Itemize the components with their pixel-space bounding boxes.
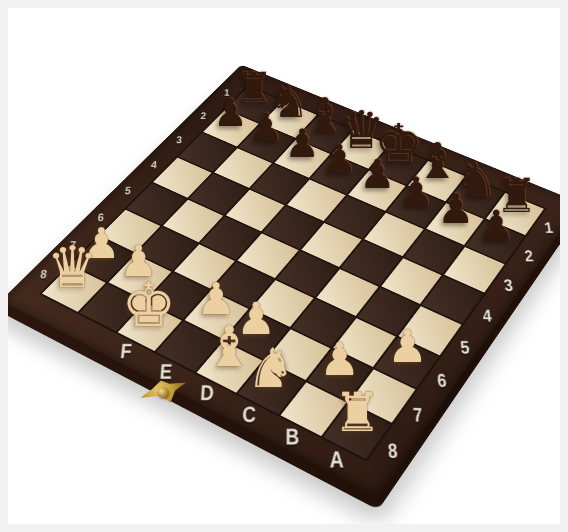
square-c8 [238,362,304,415]
square-g7 [108,255,170,301]
product-photo-canvas: FEDCBA8765432187654321 ♜♞♟♝♟♛♟♚♟♝♟♞♟♜♟♟♟… [0,0,568,532]
square-e8 [156,322,221,372]
square-f8 [117,302,181,351]
rank-label-far-6: 6 [76,204,125,230]
square-c5 [316,269,378,316]
square-b8 [280,382,347,436]
square-b4 [381,258,442,304]
board-grid [39,85,547,462]
rank-label-near-2: 2 [504,241,554,269]
square-c7 [265,329,329,379]
square-d5 [277,251,338,296]
board-3d-scene: FEDCBA8765432187654321 [8,8,560,524]
rank-label-far-4: 4 [131,152,177,177]
square-a8 [323,404,390,459]
square-b7 [307,349,372,401]
square-d7 [224,310,288,359]
square-b6 [332,318,396,368]
board-frame: FEDCBA8765432187654321 [1,65,568,497]
rank-label-far-5: 5 [104,178,151,203]
square-f6 [174,244,236,289]
square-h8 [42,265,105,311]
square-e7 [185,291,248,339]
square-a6 [375,337,439,388]
rank-label-far-7: 7 [48,231,98,258]
rank-label-far-3: 3 [157,128,202,152]
rank-label-far-8: 8 [18,260,70,288]
rank-label-near-1: 1 [524,214,568,241]
square-d8 [197,341,262,392]
square-f7 [146,273,209,320]
chess-board: FEDCBA8765432187654321 [1,65,568,497]
square-d6 [251,280,314,327]
rank-label-far-1: 1 [205,81,247,103]
rank-label-far-2: 2 [181,104,224,127]
square-c6 [291,299,354,347]
square-a4 [422,276,483,323]
square-e6 [212,262,274,308]
square-a7 [350,370,416,423]
square-a5 [399,306,462,355]
square-b5 [357,287,419,335]
square-a3 [444,247,504,292]
square-g8 [79,284,143,332]
